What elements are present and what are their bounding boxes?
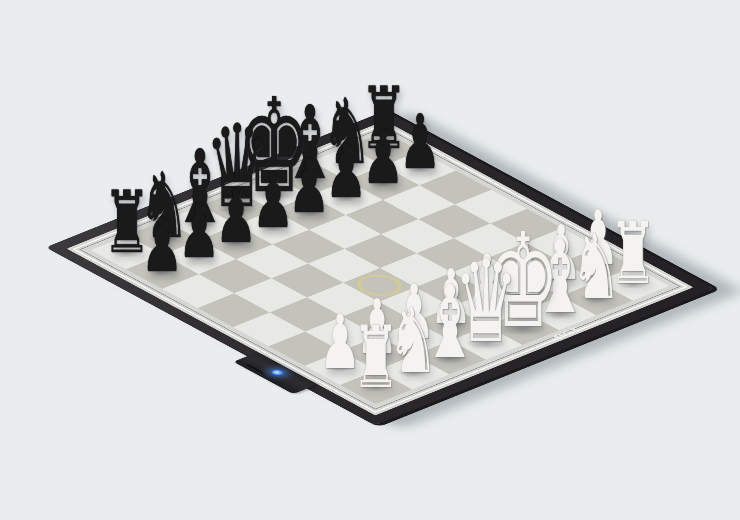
bluetooth-led-icon[interactable]	[270, 369, 286, 376]
module-slot	[245, 364, 266, 375]
board-squares-grid	[91, 132, 670, 404]
scene: DGT ♜♞♝♛♚♝♞♜♟♟♟♟♟♟♟♟♟♟♟♟♟♟♟♟♜♞♝♛♚♝♞♜	[0, 0, 740, 520]
chess-board: DGT	[46, 111, 715, 426]
